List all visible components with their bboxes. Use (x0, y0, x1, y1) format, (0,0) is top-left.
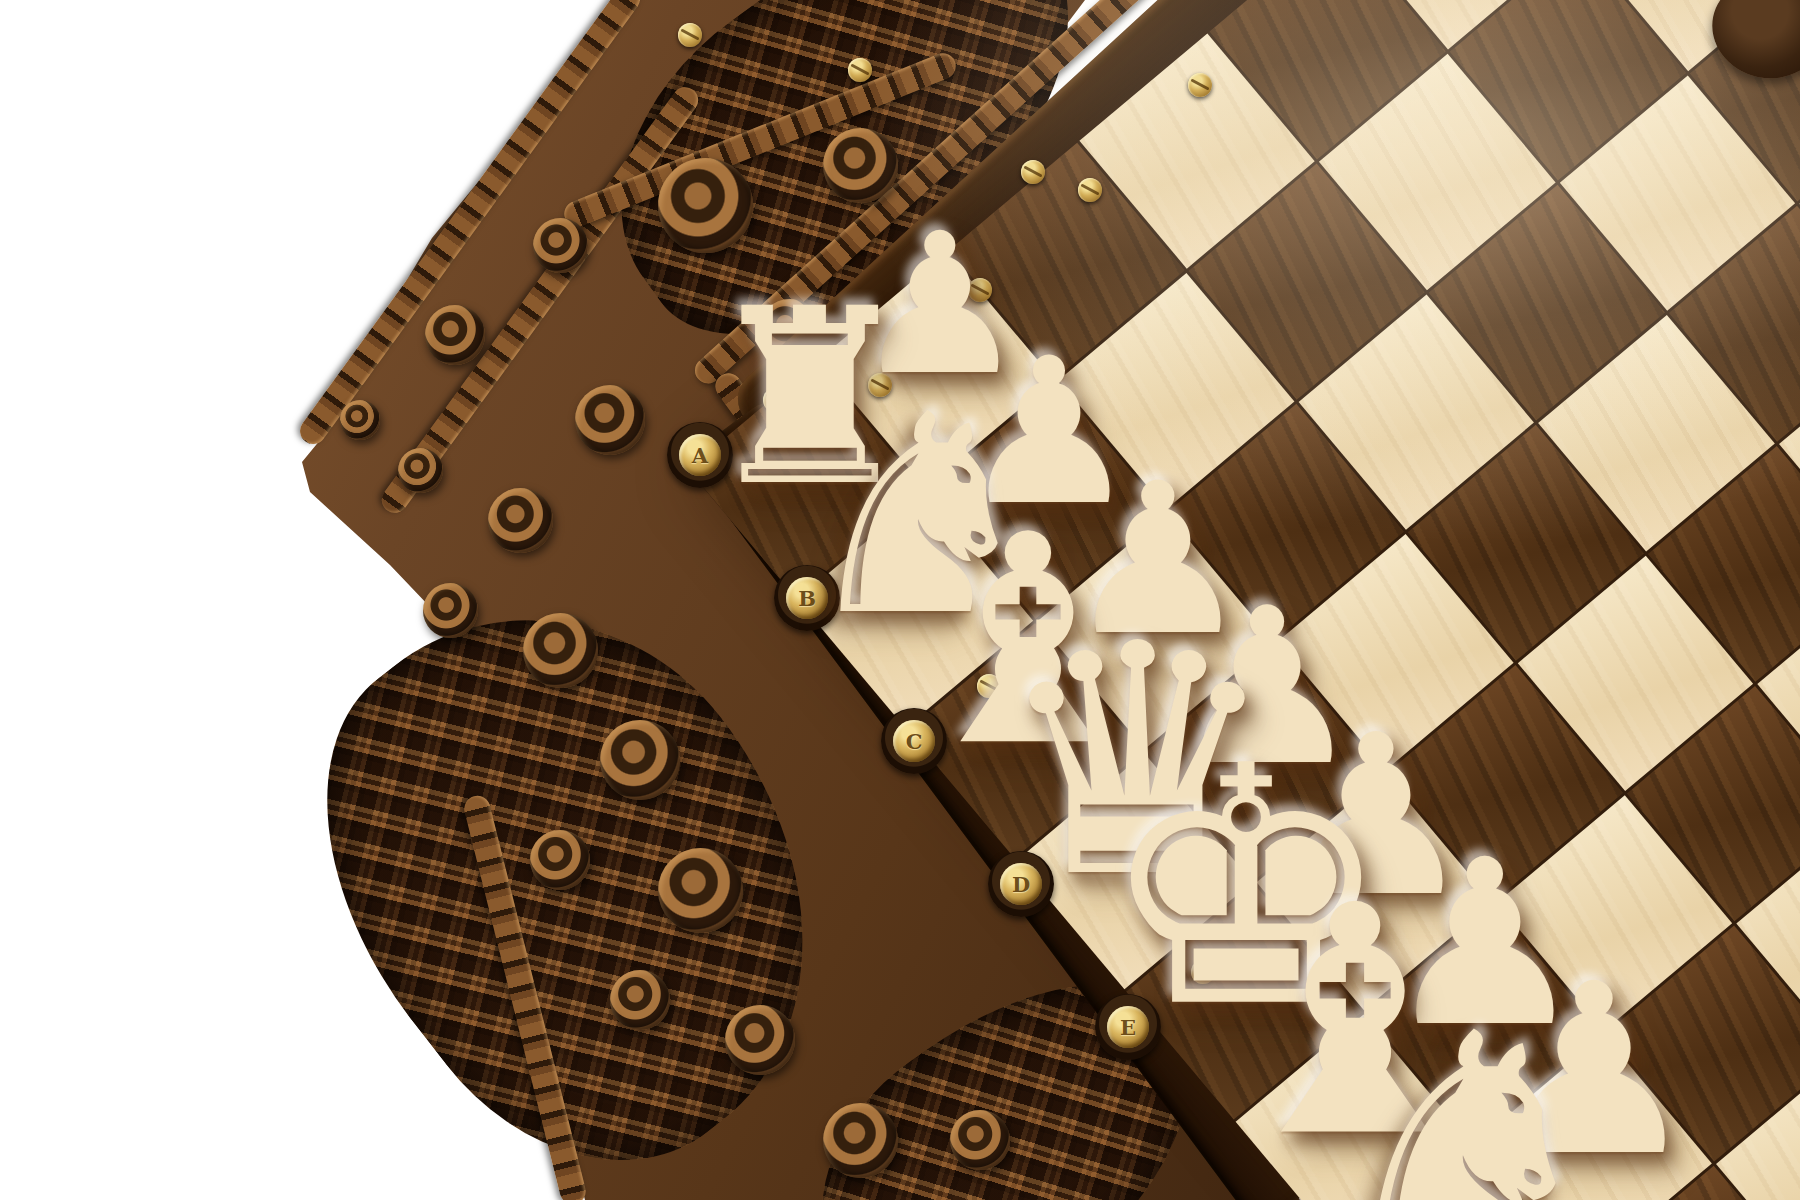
scroll-curl (425, 305, 485, 365)
scroll-curl (340, 400, 380, 440)
brass-screw (1021, 160, 1045, 184)
scroll-curl (823, 1103, 898, 1178)
scroll-curl (950, 1110, 1010, 1170)
scroll-curl (600, 720, 680, 800)
brass-screw (1188, 73, 1212, 97)
scroll-curl (423, 583, 478, 638)
brass-screw (848, 58, 872, 82)
scroll-curl (610, 970, 670, 1030)
scroll-curl (658, 158, 753, 253)
scroll-curl (488, 488, 553, 553)
scroll-curl (533, 218, 588, 273)
scroll-curl (523, 613, 598, 688)
photo-canvas: ABCDE ♟♜♟♞♟♝♟♛♟♚♟♝♟♞ (0, 0, 1800, 1200)
white-knight-g1[interactable]: ♞ (1321, 991, 1608, 1200)
scroll-curl (575, 385, 645, 455)
scroll-curl (725, 1005, 795, 1075)
scroll-curl (530, 830, 590, 890)
scroll-curl (398, 448, 443, 493)
brass-screw (1078, 178, 1102, 202)
scroll-curl (658, 848, 743, 933)
brass-screw (678, 23, 702, 47)
